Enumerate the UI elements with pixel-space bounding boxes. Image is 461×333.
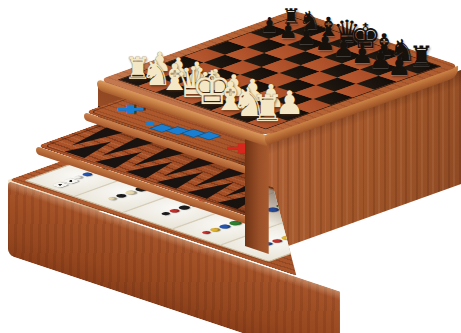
- game-box-photo: ✖ ✖ ♜♞♟♝♟♛♟♚♟♝♟♞♟♜♟♟♟♟♜♟♞♟♝♟♛♟♚♟♝♟♞♜: [0, 0, 461, 333]
- box-front-corner: [245, 132, 269, 254]
- game-piece-dot: [200, 231, 212, 235]
- game-piece-dot: [159, 211, 171, 215]
- game-piece-dot: [107, 197, 119, 201]
